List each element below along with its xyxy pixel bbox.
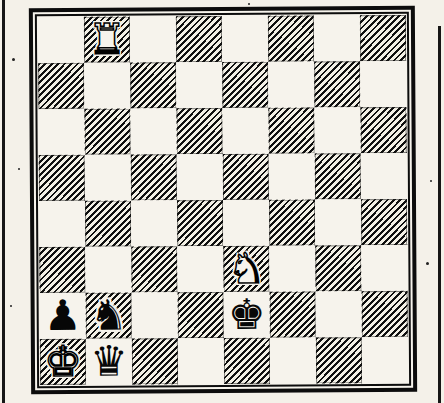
square-a1: ♚	[40, 339, 86, 385]
square-e5	[223, 154, 269, 200]
ink-speck	[426, 262, 429, 265]
square-b8: ♜	[84, 17, 130, 63]
square-c5	[131, 154, 177, 200]
square-f6	[268, 107, 314, 153]
square-d4	[177, 200, 223, 246]
square-f5	[269, 153, 315, 199]
square-g6	[314, 107, 360, 153]
square-h5	[361, 153, 407, 199]
square-d2	[178, 292, 224, 338]
square-g3	[315, 245, 361, 291]
square-b1: ♛	[86, 339, 132, 385]
square-h2	[362, 291, 408, 337]
square-a6	[38, 109, 84, 155]
square-e4	[223, 200, 269, 246]
square-e2: ♚	[224, 292, 270, 338]
square-g7	[314, 61, 360, 107]
square-a2: ♟	[40, 293, 86, 339]
board-frame: ♜♞♟♞♚♚♛	[29, 6, 417, 394]
black-queen: ♛	[86, 339, 132, 385]
square-d3	[177, 246, 223, 292]
square-f7	[268, 61, 314, 107]
square-f8	[268, 15, 314, 61]
square-h3	[361, 245, 407, 291]
square-c3	[131, 246, 177, 292]
chess-board: ♜♞♟♞♚♚♛	[38, 15, 408, 385]
black-pawn: ♟	[40, 293, 86, 339]
square-e7	[222, 62, 268, 108]
square-e1	[224, 338, 270, 384]
ink-speck	[10, 305, 12, 307]
square-b4	[85, 201, 131, 247]
square-c8	[130, 16, 176, 62]
square-h4	[361, 199, 407, 245]
square-d6	[176, 108, 222, 154]
square-b7	[84, 63, 130, 109]
ink-speck	[18, 168, 20, 170]
ink-speck	[12, 58, 15, 61]
black-knight: ♞	[86, 293, 132, 339]
square-f3	[269, 245, 315, 291]
left-column-rule	[2, 0, 5, 403]
newspaper-scan: ♜♞♟♞♚♚♛	[0, 0, 444, 403]
square-d7	[176, 62, 222, 108]
square-h7	[360, 61, 406, 107]
square-g4	[315, 199, 361, 245]
square-c2	[132, 292, 178, 338]
square-c7	[130, 62, 176, 108]
square-b3	[85, 247, 131, 293]
square-c6	[130, 108, 176, 154]
ink-speck	[248, 3, 250, 5]
square-f2	[270, 291, 316, 337]
square-d1	[178, 338, 224, 384]
square-g2	[316, 291, 362, 337]
square-d8	[176, 16, 222, 62]
square-c4	[131, 200, 177, 246]
square-f4	[269, 199, 315, 245]
square-e8	[222, 16, 268, 62]
square-g5	[315, 153, 361, 199]
ink-speck	[430, 180, 432, 182]
square-h1	[362, 337, 408, 383]
white-king: ♚	[40, 339, 86, 385]
white-rook: ♜	[84, 17, 130, 63]
square-a3	[39, 247, 85, 293]
square-b6	[84, 109, 130, 155]
square-a8	[38, 17, 84, 63]
square-a7	[38, 63, 84, 109]
square-a4	[39, 201, 85, 247]
square-e3: ♞	[223, 246, 269, 292]
square-c1	[132, 338, 178, 384]
square-b2: ♞	[86, 293, 132, 339]
square-h8	[360, 15, 406, 61]
square-h6	[360, 107, 406, 153]
right-column-rule	[438, 26, 441, 403]
black-king: ♚	[224, 292, 270, 338]
square-e6	[222, 108, 268, 154]
square-b5	[85, 155, 131, 201]
square-a5	[39, 155, 85, 201]
board-frame-inner: ♜♞♟♞♚♚♛	[35, 12, 411, 388]
square-d5	[177, 154, 223, 200]
square-g1	[316, 337, 362, 383]
square-f1	[270, 337, 316, 383]
square-g8	[314, 15, 360, 61]
white-knight: ♞	[223, 246, 269, 292]
